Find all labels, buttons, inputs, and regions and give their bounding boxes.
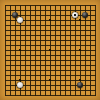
- white-stone: [17, 82, 23, 88]
- black-stone: [82, 12, 88, 18]
- star-point: [19, 79, 21, 81]
- white-stone: [17, 17, 23, 23]
- black-stone: [77, 82, 83, 88]
- star-point: [79, 19, 81, 21]
- last-move-marker-icon: [74, 14, 76, 16]
- star-point: [49, 49, 51, 51]
- star-point: [49, 19, 51, 21]
- white-stone: [72, 12, 78, 18]
- go-board[interactable]: [0, 0, 100, 100]
- intersection-grid[interactable]: [3, 3, 98, 98]
- star-point: [79, 79, 81, 81]
- star-point: [19, 49, 21, 51]
- star-point: [49, 79, 51, 81]
- star-point: [79, 49, 81, 51]
